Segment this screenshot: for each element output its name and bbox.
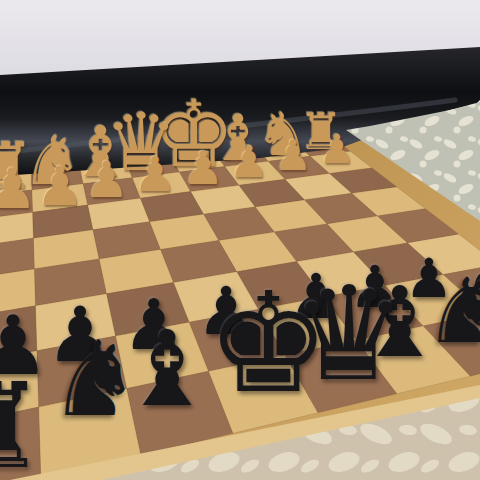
piece-white-pawn-e2[interactable]: ♟ <box>133 150 176 198</box>
piece-white-pawn-b2[interactable]: ♟ <box>274 135 312 177</box>
piece-white-pawn-a2[interactable]: ♟ <box>319 129 355 169</box>
piece-white-pawn-f2[interactable]: ♟ <box>85 155 130 205</box>
piece-black-knight-g8[interactable]: ♞ <box>48 327 141 431</box>
piece-white-pawn-h2[interactable]: ♟ <box>0 161 37 217</box>
piece-black-rook-h8[interactable]: ♜ <box>0 367 47 480</box>
photo-chess-scene: ♜♞♝♟♚♛♟♝♟♞♟♜♟♟♟♟♟♟♟♟♜♟♞♟♝♟♟♛♚♝♞♜ <box>0 0 480 480</box>
pieces-layer: ♜♞♝♟♚♛♟♝♟♞♟♜♟♟♟♟♟♟♟♟♜♟♞♟♝♟♟♛♚♝♞♜ <box>0 0 480 480</box>
piece-black-king-e8[interactable]: ♚ <box>206 275 330 413</box>
piece-white-pawn-d2[interactable]: ♟ <box>182 145 223 191</box>
piece-white-pawn-c2[interactable]: ♟ <box>229 140 268 184</box>
piece-white-pawn-g2[interactable]: ♟ <box>36 160 84 214</box>
